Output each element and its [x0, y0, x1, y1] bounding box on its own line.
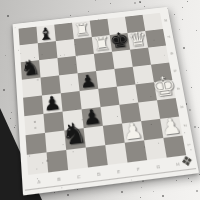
square-g7[interactable]: ♛	[128, 31, 149, 50]
file-label: E	[108, 167, 129, 178]
white-rook[interactable]: ♜	[73, 21, 91, 39]
square-h4[interactable]: ♚	[154, 80, 176, 100]
square-b1[interactable]	[47, 150, 69, 173]
square-a5[interactable]	[22, 78, 42, 98]
file-label: D	[88, 169, 109, 180]
board-logo-icon: ❖	[180, 153, 195, 169]
file-label: A	[28, 177, 49, 188]
square-h2[interactable]: ♟	[160, 117, 182, 138]
square-a3[interactable]	[24, 114, 45, 135]
square-c2[interactable]: ♞	[64, 128, 85, 150]
black-knight[interactable]: ♞	[60, 118, 89, 150]
square-b6[interactable]	[39, 58, 59, 78]
square-d8[interactable]: ♜	[72, 21, 92, 39]
square-a6[interactable]: ♞	[21, 60, 41, 80]
square-c4[interactable]	[61, 91, 82, 112]
square-c5[interactable]	[59, 73, 79, 93]
square-e5[interactable]	[96, 69, 117, 89]
square-d5[interactable]: ♟	[78, 71, 99, 91]
black-bishop[interactable]: ♝	[37, 25, 54, 43]
scene: ♝♜♜♚♛♞♟♟♚♟♞♟♟ ABCDEFGH 87654321 ❖	[0, 0, 200, 200]
file-label: C	[69, 172, 90, 183]
file-label: B	[49, 174, 70, 185]
square-e4[interactable]	[98, 87, 119, 107]
black-pawn[interactable]: ♟	[43, 93, 62, 114]
square-c6[interactable]	[57, 56, 77, 75]
square-a4[interactable]	[23, 95, 43, 116]
black-knight[interactable]: ♞	[20, 57, 41, 80]
square-f2[interactable]: ♟	[122, 121, 144, 143]
square-a2[interactable]	[26, 133, 47, 155]
square-e3[interactable]	[101, 105, 122, 126]
white-pawn[interactable]: ♟	[160, 114, 183, 138]
square-a1[interactable]	[27, 152, 48, 175]
chess-board: ♝♜♜♚♛♞♟♟♚♟♞♟♟ ABCDEFGH 87654321 ❖	[13, 7, 199, 196]
file-label: F	[128, 164, 149, 175]
square-b8[interactable]: ♝	[36, 25, 55, 44]
black-pawn[interactable]: ♟	[79, 72, 97, 91]
square-b4[interactable]: ♟	[42, 93, 63, 114]
white-pawn[interactable]: ♟	[122, 119, 145, 143]
square-e1[interactable]	[105, 143, 127, 165]
white-queen[interactable]: ♛	[127, 28, 149, 50]
file-label: G	[148, 162, 169, 173]
white-king[interactable]: ♚	[150, 72, 178, 101]
square-d1[interactable]	[86, 145, 108, 167]
